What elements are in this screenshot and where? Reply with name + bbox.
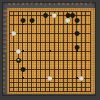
col-label-M: M [58,3,61,6]
col-label-Q: Q [76,3,78,6]
last-move-marker [18,59,19,60]
col-label-B: B [13,3,15,6]
col-label-G: G [35,3,37,6]
col-label-J: J [45,3,46,6]
row-label-1: 1 [3,90,5,93]
col-label-D: D [22,3,24,6]
col-label-S: S [85,3,87,6]
col-label-C: C [17,3,19,6]
col-label-L: L [53,3,55,6]
col-label-N: N [62,3,64,6]
intersection-T1[interactable] [88,89,93,93]
col-label-E: E [26,3,28,6]
col-label-F: F [31,3,33,6]
go-app-window: ●●●●●●●●●●●●●●●● ABCDEFGHJKLMNOPQRST1918… [0,0,100,100]
col-label-O: O [67,3,69,6]
col-label-R: R [80,3,82,6]
col-label-A: A [8,3,10,6]
goban[interactable]: ●●●●●●●●●●●●●●●● [7,9,93,94]
col-label-H: H [40,3,42,6]
col-label-K: K [49,3,51,6]
col-label-P: P [71,3,73,6]
col-label-T: T [89,3,91,6]
